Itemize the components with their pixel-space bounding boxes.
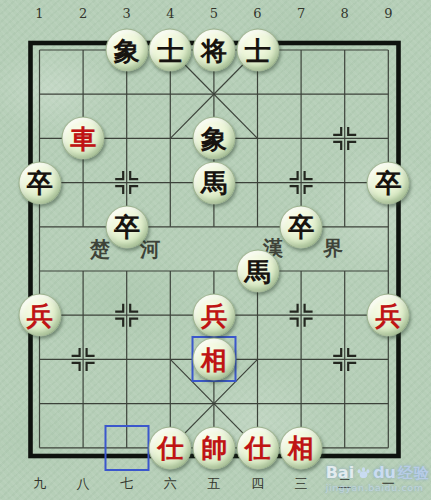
file-label-top: 9	[384, 6, 392, 21]
piece-black-advisor[interactable]: 士	[236, 29, 279, 72]
piece-red-soldier[interactable]: 兵	[18, 294, 61, 337]
file-label-top: 5	[210, 6, 218, 21]
piece-red-advisor[interactable]: 仕	[236, 426, 279, 469]
baidu-watermark-url: jingyan.baidu.com	[326, 483, 430, 493]
piece-black-elephant[interactable]: 象	[105, 29, 148, 72]
baidu-logo: Bai du 经验	[326, 464, 430, 482]
piece-black-soldier[interactable]: 卒	[105, 205, 148, 248]
piece-black-soldier[interactable]: 卒	[280, 205, 323, 248]
file-label-bottom: 七	[120, 475, 133, 493]
baidu-jingyan-label: 经验	[398, 465, 430, 482]
file-label-bottom: 八	[77, 475, 90, 493]
piece-black-horse[interactable]: 馬	[236, 250, 279, 293]
file-label-top: 8	[341, 6, 349, 21]
piece-red-soldier[interactable]: 兵	[367, 294, 410, 337]
piece-red-chariot[interactable]: 車	[62, 117, 105, 160]
file-label-top: 1	[35, 6, 43, 21]
piece-black-horse[interactable]: 馬	[192, 161, 235, 204]
file-label-bottom: 三	[295, 475, 308, 493]
piece-red-soldier[interactable]: 兵	[192, 294, 235, 337]
file-label-top: 7	[297, 6, 305, 21]
highlight-last-move-from	[104, 425, 149, 471]
file-label-bottom: 五	[207, 475, 220, 493]
file-label-top: 6	[253, 6, 261, 21]
piece-black-advisor[interactable]: 士	[149, 29, 192, 72]
piece-black-elephant[interactable]: 象	[192, 117, 235, 160]
file-label-bottom: 四	[251, 475, 264, 493]
file-label-top: 2	[79, 6, 87, 21]
piece-black-soldier[interactable]: 卒	[18, 161, 61, 204]
piece-red-elephant[interactable]: 相	[280, 426, 323, 469]
file-label-bottom: 九	[33, 475, 46, 493]
piece-red-elephant[interactable]: 相	[192, 338, 235, 381]
file-label-top: 4	[166, 6, 174, 21]
river-text-right: 漢界	[263, 235, 383, 262]
piece-red-general[interactable]: 帥	[192, 426, 235, 469]
baidu-paw-icon	[356, 465, 371, 480]
board-area: 123456789 九八七六五四三二一 楚河 漢界 Bai du 经验 jing…	[0, 0, 431, 500]
baidu-logo-du: du	[373, 464, 396, 482]
piece-red-advisor[interactable]: 仕	[149, 426, 192, 469]
file-label-top: 3	[123, 6, 131, 21]
baidu-logo-bai: Bai	[326, 464, 354, 482]
baidu-watermark: Bai du 经验 jingyan.baidu.com	[326, 464, 430, 493]
file-label-bottom: 六	[164, 475, 177, 493]
piece-black-soldier[interactable]: 卒	[367, 161, 410, 204]
piece-black-general[interactable]: 将	[192, 29, 235, 72]
